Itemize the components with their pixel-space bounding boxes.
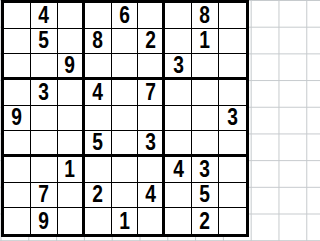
cell-r8c8[interactable]: 5 (192, 183, 219, 209)
cell-r2c6[interactable]: 2 (138, 29, 165, 55)
cell-r1c6[interactable] (138, 3, 165, 29)
cell-r9c3[interactable] (58, 208, 85, 234)
cell-r5c7[interactable] (165, 106, 192, 132)
cell-r6c1[interactable] (4, 131, 31, 157)
given-digit: 3 (200, 157, 211, 181)
cell-r6c6[interactable]: 3 (138, 131, 165, 157)
cell-r6c2[interactable] (31, 131, 58, 157)
given-digit: 3 (38, 80, 49, 104)
given-digit: 7 (145, 80, 156, 104)
cell-r4c4[interactable]: 4 (85, 80, 112, 106)
given-digit: 5 (200, 183, 211, 207)
cell-r4c7[interactable] (165, 80, 192, 106)
cell-r8c2[interactable]: 7 (31, 183, 58, 209)
cell-r5c5[interactable] (112, 106, 139, 132)
cell-r7c3[interactable]: 1 (58, 157, 85, 183)
cell-r5c3[interactable] (58, 106, 85, 132)
given-digit: 6 (119, 3, 130, 27)
given-digit: 1 (119, 209, 130, 233)
cell-r7c5[interactable] (112, 157, 139, 183)
cell-r1c8[interactable]: 8 (192, 3, 219, 29)
given-digit: 4 (38, 3, 49, 27)
cell-r2c4[interactable]: 8 (85, 29, 112, 55)
cell-r7c2[interactable] (31, 157, 58, 183)
cell-r3c1[interactable] (4, 54, 31, 80)
cell-r8c7[interactable] (165, 183, 192, 209)
cell-r9c9[interactable] (219, 208, 246, 234)
cell-r5c6[interactable] (138, 106, 165, 132)
cell-r8c1[interactable] (4, 183, 31, 209)
given-digit: 3 (227, 106, 238, 130)
cell-r4c6[interactable]: 7 (138, 80, 165, 106)
cell-r6c9[interactable] (219, 131, 246, 157)
cell-r1c4[interactable] (85, 3, 112, 29)
cell-r4c1[interactable] (4, 80, 31, 106)
cell-r1c3[interactable] (58, 3, 85, 29)
cell-r8c9[interactable] (219, 183, 246, 209)
cell-r2c9[interactable] (219, 29, 246, 55)
cell-r7c7[interactable]: 4 (165, 157, 192, 183)
cell-r8c3[interactable] (58, 183, 85, 209)
cell-r5c4[interactable] (85, 106, 112, 132)
cell-r9c8[interactable]: 2 (192, 208, 219, 234)
given-digit: 9 (12, 106, 23, 130)
cell-r7c4[interactable] (85, 157, 112, 183)
cell-r5c1[interactable]: 9 (4, 106, 31, 132)
cell-r2c1[interactable] (4, 29, 31, 55)
given-digit: 5 (92, 131, 103, 154)
cell-r5c2[interactable] (31, 106, 58, 132)
given-digit: 9 (64, 54, 75, 77)
cell-r1c1[interactable] (4, 3, 31, 29)
cell-r1c9[interactable] (219, 3, 246, 29)
cell-r6c5[interactable] (112, 131, 139, 157)
sudoku-board: 46858219334793531437245912 (1, 0, 249, 237)
cell-r8c5[interactable] (112, 183, 139, 209)
cell-r7c1[interactable] (4, 157, 31, 183)
cell-r9c1[interactable] (4, 208, 31, 234)
cell-r4c3[interactable] (58, 80, 85, 106)
given-digit: 2 (145, 29, 156, 53)
cell-r4c9[interactable] (219, 80, 246, 106)
cell-r9c2[interactable]: 9 (31, 208, 58, 234)
cell-r6c3[interactable] (58, 131, 85, 157)
given-digit: 3 (145, 131, 156, 154)
cell-r7c6[interactable] (138, 157, 165, 183)
cell-r4c5[interactable] (112, 80, 139, 106)
cell-r9c6[interactable] (138, 208, 165, 234)
given-digit: 5 (38, 29, 49, 53)
cell-r9c5[interactable]: 1 (112, 208, 139, 234)
cell-r2c8[interactable]: 1 (192, 29, 219, 55)
given-digit: 4 (92, 80, 103, 104)
cell-r7c8[interactable]: 3 (192, 157, 219, 183)
cell-r2c3[interactable] (58, 29, 85, 55)
cell-r3c3[interactable]: 9 (58, 54, 85, 80)
given-digit: 4 (145, 183, 156, 207)
cell-r9c7[interactable] (165, 208, 192, 234)
cell-r3c9[interactable] (219, 54, 246, 80)
cell-r1c5[interactable]: 6 (112, 3, 139, 29)
cell-r6c8[interactable] (192, 131, 219, 157)
cell-r5c8[interactable] (192, 106, 219, 132)
cell-r1c7[interactable] (165, 3, 192, 29)
cell-r2c5[interactable] (112, 29, 139, 55)
cell-r4c2[interactable]: 3 (31, 80, 58, 106)
cell-r2c7[interactable] (165, 29, 192, 55)
cell-r2c2[interactable]: 5 (31, 29, 58, 55)
cell-r6c4[interactable]: 5 (85, 131, 112, 157)
given-digit: 3 (173, 54, 184, 77)
cell-r8c6[interactable]: 4 (138, 183, 165, 209)
cell-r3c8[interactable] (192, 54, 219, 80)
given-digit: 8 (200, 3, 211, 27)
given-digit: 4 (173, 157, 184, 181)
given-digit: 1 (64, 157, 75, 181)
cell-r8c4[interactable]: 2 (85, 183, 112, 209)
cell-r9c4[interactable] (85, 208, 112, 234)
given-digit: 2 (200, 209, 211, 233)
cell-r3c2[interactable] (31, 54, 58, 80)
cell-r3c5[interactable] (112, 54, 139, 80)
cell-r4c8[interactable] (192, 80, 219, 106)
given-digit: 8 (92, 29, 103, 53)
cell-r6c7[interactable] (165, 131, 192, 157)
given-digit: 9 (38, 209, 49, 233)
cell-r1c2[interactable]: 4 (31, 3, 58, 29)
cell-r3c7[interactable]: 3 (165, 54, 192, 80)
cell-r5c9[interactable]: 3 (219, 106, 246, 132)
given-digit: 7 (38, 183, 49, 207)
cell-r3c6[interactable] (138, 54, 165, 80)
given-digit: 1 (200, 29, 211, 53)
cell-r3c4[interactable] (85, 54, 112, 80)
given-digit: 2 (92, 183, 103, 207)
cell-r7c9[interactable] (219, 157, 246, 183)
